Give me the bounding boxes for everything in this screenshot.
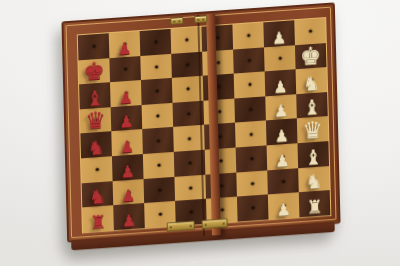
ivory-king-piece[interactable]: ♚ [300,44,322,70]
ivory-bishop-piece[interactable]: ♝ [303,97,321,118]
brass-hinge-top-right [194,15,207,23]
red-pawn-piece[interactable]: ♟ [121,188,136,205]
square-r3c3[interactable] [141,78,173,105]
square-r4c6[interactable] [234,96,266,123]
square-r4c8[interactable]: ♝ [296,92,328,119]
square-r3c7[interactable]: ♟ [265,69,297,96]
ivory-queen-piece[interactable]: ♛ [302,118,323,142]
square-r6c7[interactable]: ♟ [267,143,299,170]
ivory-pawn-piece[interactable]: ♟ [273,79,288,96]
square-r2c7[interactable] [264,45,296,72]
red-pawn-piece[interactable]: ♟ [120,163,135,180]
square-r2c1[interactable]: ♚ [78,58,110,85]
square-r5c6[interactable] [235,121,267,148]
square-r1c6[interactable] [232,22,264,49]
square-r2c6[interactable] [233,47,265,74]
square-r5c3[interactable] [142,127,174,154]
hinge-screw [190,224,192,226]
square-r2c8[interactable]: ♚ [295,43,327,70]
square-r7c2[interactable]: ♟ [113,179,145,206]
red-knight-piece[interactable]: ♞ [89,187,107,207]
hinge-screw [223,222,225,224]
ivory-bishop-piece[interactable]: ♝ [304,146,322,167]
red-pawn-piece[interactable]: ♟ [117,40,132,57]
square-r8c7[interactable]: ♟ [268,193,300,220]
board-frame: ♟♟♚♚♝♟♟♞♛♟♟♝♞♟♟♛♟♟♝♞♟♞♜♟♟♜ [61,2,340,242]
square-r7c7[interactable] [267,168,299,195]
square-r3c1[interactable]: ♝ [79,82,111,109]
square-r6c3[interactable] [143,152,175,179]
square-r3c6[interactable] [234,72,266,99]
square-r5c1[interactable]: ♞ [80,132,112,159]
ivory-pawn-piece[interactable]: ♟ [275,152,290,169]
ivory-knight-piece[interactable]: ♞ [303,73,321,93]
ivory-rook-piece[interactable]: ♜ [306,197,323,216]
red-pawn-piece[interactable]: ♟ [119,114,134,131]
square-r1c2[interactable]: ♟ [109,31,141,58]
square-r4c7[interactable]: ♟ [265,94,297,121]
square-r6c8[interactable]: ♝ [297,141,329,168]
red-pawn-piece[interactable]: ♟ [120,139,135,156]
hinge-screw [178,20,180,22]
square-r7c3[interactable] [144,177,176,204]
ivory-knight-piece[interactable]: ♞ [305,172,323,192]
playing-area: ♟♟♚♚♝♟♟♞♛♟♟♝♞♟♟♛♟♟♝♞♟♞♜♟♟♜ [77,17,332,234]
brass-hinge-top-left [170,17,183,25]
brass-hinge-bottom-left [167,221,195,232]
square-r7c6[interactable] [236,170,268,197]
red-pawn-piece[interactable]: ♟ [122,212,137,229]
ivory-pawn-piece[interactable]: ♟ [272,29,287,46]
red-queen-piece[interactable]: ♛ [85,109,106,133]
red-knight-piece[interactable]: ♞ [87,138,105,158]
square-r3c8[interactable]: ♞ [296,67,328,94]
square-r8c8[interactable]: ♜ [299,190,331,217]
square-r5c8[interactable]: ♛ [297,117,329,144]
square-r2c2[interactable] [109,56,141,83]
square-r1c7[interactable]: ♟ [263,20,295,47]
square-r3c2[interactable]: ♟ [110,80,142,107]
square-r7c1[interactable]: ♞ [82,181,114,208]
ivory-pawn-piece[interactable]: ♟ [274,128,289,145]
square-r6c2[interactable]: ♟ [112,154,144,181]
brass-hinge-bottom-right [202,218,228,229]
square-r6c6[interactable] [236,145,268,172]
square-r2c3[interactable] [140,54,172,81]
red-rook-piece[interactable]: ♜ [90,213,107,232]
square-r5c2[interactable]: ♟ [111,129,143,156]
red-pawn-piece[interactable]: ♟ [119,89,134,106]
square-r4c2[interactable]: ♟ [111,105,143,132]
square-r8c1[interactable]: ♜ [82,205,114,232]
hinge-screw [173,20,175,22]
hinge-screw [205,223,207,225]
square-r6c1[interactable] [81,156,113,183]
red-bishop-piece[interactable]: ♝ [86,87,104,108]
hinge-screw [202,18,204,20]
hinge-screw [197,18,199,20]
hinge-screw [170,226,172,228]
square-r5c7[interactable]: ♟ [266,119,298,146]
chess-board: ♟♟♚♚♝♟♟♞♛♟♟♝♞♟♟♛♟♟♝♞♟♞♜♟♟♜ [61,2,340,242]
ivory-pawn-piece[interactable]: ♟ [276,202,291,219]
square-r8c6[interactable] [237,195,269,222]
square-r7c8[interactable]: ♞ [298,166,330,193]
ivory-pawn-piece[interactable]: ♟ [274,103,289,120]
square-r1c3[interactable] [140,29,172,56]
square-r8c2[interactable]: ♟ [113,203,145,230]
red-king-piece[interactable]: ♚ [83,59,105,85]
square-r4c3[interactable] [142,103,174,130]
square-r4c1[interactable]: ♛ [80,107,112,134]
